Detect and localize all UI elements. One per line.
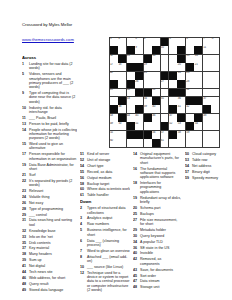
grid-cell[interactable]: 3: [135, 38, 143, 46]
cell-number: 30: [127, 89, 130, 92]
black-cell: [177, 114, 185, 122]
grid-cell[interactable]: [203, 122, 211, 130]
grid-cell[interactable]: [169, 139, 177, 147]
clue-item: 7Word to glean an overview: [80, 249, 130, 253]
clue-number: 21: [22, 173, 29, 177]
clue-number: 33: [22, 235, 29, 239]
clue-number: 23: [22, 189, 29, 193]
cell-number: 16: [195, 55, 198, 58]
grid-cell[interactable]: [211, 105, 219, 113]
grid-cell[interactable]: 42: [186, 105, 194, 113]
grid-cell[interactable]: 4: [144, 38, 152, 46]
grid-cell[interactable]: 32: [186, 89, 194, 97]
grid-cell[interactable]: 11: [203, 46, 211, 54]
clue-number: 54: [80, 164, 87, 168]
grid-cell[interactable]: [194, 38, 202, 46]
clue-number: 30: [133, 234, 140, 238]
clue-item: 13Person to be paid, briefly: [22, 122, 77, 126]
black-cell: [135, 105, 143, 113]
grid-cell[interactable]: [203, 131, 211, 139]
clue-item: 33Info on the 'net: [22, 235, 77, 239]
clue-item: 48Storage unit: [133, 285, 181, 289]
grid-cell[interactable]: 45: [135, 114, 143, 122]
clue-number: 46: [22, 276, 29, 280]
cell-number: 14: [152, 55, 155, 58]
grid-cell[interactable]: 10: [161, 46, 169, 54]
black-cell: [127, 80, 135, 88]
black-cell: [161, 38, 169, 46]
grid-cell[interactable]: [127, 105, 135, 113]
clue-number: 19: [133, 196, 140, 200]
grid-cell[interactable]: 59: [186, 131, 194, 139]
cell-number: 49: [110, 122, 113, 125]
clue-number: 6: [80, 239, 87, 243]
grid-cell[interactable]: 39: [144, 105, 152, 113]
grid-cell[interactable]: 26: [135, 80, 143, 88]
grid-cell[interactable]: 38: [118, 105, 126, 113]
clue-item: 46Web address, for short: [22, 276, 77, 280]
clue-item: 48Query result: [22, 282, 77, 286]
cell-number: 5: [169, 38, 170, 41]
grid-cell[interactable]: [169, 97, 177, 105]
black-cell: [110, 46, 118, 54]
black-cell: [135, 72, 143, 80]
cell-number: 15: [186, 55, 189, 58]
clue-number: 35: [22, 241, 29, 245]
grid-cell[interactable]: 43: [110, 114, 118, 122]
cell-number: 26: [135, 80, 138, 83]
grid-cell[interactable]: 27: [161, 80, 169, 88]
cell-number: 2: [118, 38, 119, 41]
clue-item: 50Cloud category: [185, 152, 230, 156]
across-header: Across: [22, 55, 77, 60]
cell-number: 17: [110, 63, 113, 66]
grid-cell[interactable]: 60: [110, 139, 118, 147]
grid-cell[interactable]: 2: [118, 38, 126, 46]
grid-cell[interactable]: [194, 72, 202, 80]
clue-number: 32: [22, 229, 29, 233]
black-cell: [144, 131, 152, 139]
grid-cell[interactable]: 8: [211, 38, 219, 46]
clue-number: 12: [80, 271, 87, 275]
clue-item: 11___ Paulo, Brazil: [22, 116, 77, 120]
cell-number: 57: [161, 131, 164, 134]
grid-cell[interactable]: 50: [118, 122, 126, 130]
down-header: Down: [80, 199, 130, 204]
grid-cell[interactable]: 23: [144, 72, 152, 80]
grid-cell[interactable]: [203, 72, 211, 80]
grid-cell[interactable]: 5: [169, 38, 177, 46]
grid-cell[interactable]: [110, 97, 118, 105]
cell-number: 53: [178, 122, 181, 125]
cell-number: 43: [110, 114, 113, 117]
grid-cell[interactable]: 9: [135, 46, 143, 54]
grid-cell[interactable]: [211, 63, 219, 71]
grid-cell[interactable]: [135, 139, 143, 147]
grid-cell[interactable]: 56: [152, 131, 160, 139]
cell-number: 31: [152, 89, 155, 92]
black-cell: [144, 55, 152, 63]
grid-cell[interactable]: [152, 63, 160, 71]
clue-number: 4: [80, 222, 87, 226]
byline: Crossword by Myles Mellor: [22, 22, 122, 27]
cell-number: 13: [127, 55, 130, 58]
grid-cell[interactable]: 19: [144, 63, 152, 71]
cell-number: 28: [186, 80, 189, 83]
clues-column-4: 50Cloud category53Table row54Net address…: [185, 152, 230, 295]
cell-number: 1: [110, 38, 111, 41]
grid-cell[interactable]: 28: [186, 80, 194, 88]
clue-item: 61Table handler: [80, 193, 130, 197]
clue-number: 25: [133, 212, 140, 216]
black-cell: [161, 122, 169, 130]
grid-cell[interactable]: [211, 131, 219, 139]
grid-cell[interactable]: [211, 46, 219, 54]
grid-cell[interactable]: [152, 122, 160, 130]
clue-item: 19Redundant array of disks, briefly: [133, 196, 181, 205]
clue-number: 2: [80, 206, 87, 210]
cell-number: 55: [110, 131, 113, 134]
grid-cell[interactable]: 48: [203, 114, 211, 122]
clue-item: 25Backups: [133, 212, 181, 216]
grid-cell[interactable]: [161, 63, 169, 71]
grid-cell[interactable]: [177, 38, 185, 46]
grid-cell[interactable]: [186, 114, 194, 122]
grid-cell[interactable]: 1: [110, 38, 118, 46]
clue-item: 4Raw numbers: [80, 222, 130, 226]
clue-number: 28: [22, 207, 29, 211]
cell-number: 33: [127, 97, 130, 100]
clue-item: 22It's separated by periods (2 words): [22, 179, 77, 188]
grid-cell[interactable]: [203, 63, 211, 71]
cell-number: 48: [203, 114, 206, 117]
grid-cell[interactable]: 21: [194, 63, 202, 71]
grid-cell[interactable]: [177, 139, 185, 147]
grid-cell[interactable]: [211, 80, 219, 88]
clue-number: 48: [22, 282, 29, 286]
black-cell: [152, 97, 160, 105]
grid-cell[interactable]: [161, 89, 169, 97]
grid-cell[interactable]: 34: [144, 97, 152, 105]
grid-cell[interactable]: [169, 80, 177, 88]
clue-number: 19: [22, 163, 29, 167]
grid-cell[interactable]: [211, 55, 219, 63]
grid-cell[interactable]: [161, 105, 169, 113]
grid-cell[interactable]: [203, 55, 211, 63]
grid-cell[interactable]: [135, 55, 143, 63]
clue-item: 54Chart type: [80, 164, 130, 168]
grid-cell[interactable]: 58: [177, 131, 185, 139]
cell-number: 4: [144, 38, 145, 41]
grid-cell[interactable]: [144, 46, 152, 54]
grid-cell[interactable]: [186, 139, 194, 147]
clue-item: 40Invisible: [133, 251, 181, 255]
clue-number: 57: [185, 170, 192, 174]
grid-cell[interactable]: [211, 97, 219, 105]
cell-number: 9: [135, 46, 136, 49]
grid-cell[interactable]: 35: [161, 97, 169, 105]
grid-cell[interactable]: [194, 89, 202, 97]
grid-cell[interactable]: [203, 80, 211, 88]
clue-number: 59: [185, 176, 192, 180]
clue-item: 32Knowledge base: [22, 229, 77, 233]
clue-item: 5Videos, sensors and smartphones are the…: [22, 72, 77, 89]
clue-number: 49: [22, 288, 29, 292]
grid-cell[interactable]: [144, 80, 152, 88]
grid-cell[interactable]: [118, 80, 126, 88]
cell-number: 20: [178, 63, 181, 66]
clue-item: 24Volatile thing: [22, 195, 77, 199]
grid-cell[interactable]: [169, 63, 177, 71]
black-cell: [177, 89, 185, 97]
clue-item: 8Attached ___ (email add-on): [80, 255, 130, 264]
website-link[interactable]: www.themecrosswords.com: [22, 37, 74, 42]
clues-column-3: 14Original equipment manufacturer's part…: [133, 152, 181, 295]
clue-number: 10: [80, 265, 87, 269]
grid-cell[interactable]: [118, 46, 126, 54]
grid-cell[interactable]: [169, 55, 177, 63]
cell-number: 56: [152, 131, 155, 134]
black-cell: [186, 97, 194, 105]
cell-number: 10: [161, 46, 164, 49]
grid-cell[interactable]: [169, 46, 177, 54]
grid-cell[interactable]: 25: [186, 72, 194, 80]
clues-column-2: 51Kind of server52Unit of storage54Chart…: [80, 152, 130, 295]
grid-cell[interactable]: [161, 114, 169, 122]
grid-cell[interactable]: [127, 139, 135, 147]
black-cell: [152, 46, 160, 54]
grid-cell[interactable]: [118, 72, 126, 80]
cell-number: 11: [203, 46, 206, 49]
grid-cell[interactable]: 44: [127, 114, 135, 122]
black-cell: [186, 63, 194, 71]
clue-number: 42: [133, 257, 140, 261]
grid-cell[interactable]: [203, 139, 211, 147]
clue-item: 3Analytics output: [80, 216, 130, 220]
grid-cell[interactable]: [144, 122, 152, 130]
clue-item: 54Net address: [185, 164, 230, 168]
black-cell: [118, 114, 126, 122]
black-cell: [177, 46, 185, 54]
clue-number: 14: [22, 128, 29, 132]
cell-number: 50: [118, 122, 121, 125]
clue-number: 37: [22, 246, 29, 250]
grid-cell[interactable]: [118, 89, 126, 97]
clue-item: 12Technique used for a device or system …: [80, 271, 130, 293]
cell-number: 18: [118, 63, 121, 66]
black-cell: [127, 63, 135, 71]
grid-cell[interactable]: [194, 105, 202, 113]
cell-number: 36: [178, 97, 181, 100]
black-cell: [110, 105, 118, 113]
cell-number: 6: [186, 38, 187, 41]
cell-number: 12: [110, 55, 113, 58]
cell-number: 3: [135, 38, 136, 41]
grid-cell[interactable]: 40: [152, 105, 160, 113]
cell-number: 25: [186, 72, 189, 75]
black-cell: [110, 80, 118, 88]
grid-cell[interactable]: 54: [194, 122, 202, 130]
clue-item: 55Record, as data: [80, 170, 130, 174]
cell-number: 37: [203, 97, 206, 100]
grid-cell[interactable]: 36: [177, 97, 185, 105]
clue-number: 27: [133, 218, 140, 222]
grid-cell[interactable]: [152, 38, 160, 46]
clue-number: 56: [80, 176, 87, 180]
clue-item: 19Data Base Administrator, for short: [22, 163, 77, 172]
clue-number: 50: [185, 152, 192, 156]
crossword-page: Crossword by Myles Mellor www.themecross…: [0, 0, 232, 300]
clue-number: 31: [22, 218, 29, 222]
grid-cell[interactable]: [144, 139, 152, 147]
clue-item: 20Schema part: [133, 206, 181, 210]
cell-number: 41: [178, 105, 181, 108]
clue-item: 29Metadata holder: [133, 228, 181, 232]
black-cell: [118, 97, 126, 105]
clue-number: 3: [80, 216, 87, 220]
grid-cell[interactable]: 29: [110, 89, 118, 97]
clue-item: 57Binary digit: [185, 170, 230, 174]
clue-number: 36: [133, 246, 140, 250]
grid-cell[interactable]: 31: [152, 89, 160, 97]
clue-number: 38: [22, 252, 29, 256]
grid-cell[interactable]: 47: [169, 114, 177, 122]
grid-cell[interactable]: 30: [127, 89, 135, 97]
black-cell: [161, 72, 169, 80]
cell-number: 59: [186, 131, 189, 134]
clue-number: 44: [22, 270, 29, 274]
grid-cell[interactable]: [135, 97, 143, 105]
clue-item: 15Word used to give an alternative: [22, 142, 77, 151]
grid-cell[interactable]: [194, 131, 202, 139]
grid-cell[interactable]: 16: [194, 55, 202, 63]
clue-item: 6Data ___ (cleansing process): [80, 239, 130, 248]
cell-number: 42: [186, 105, 189, 108]
crossword-grid: 1234567891011121314151617181920212223242…: [110, 38, 220, 148]
crossword-grid-frame: 1234567891011121314151617181920212223242…: [109, 37, 220, 148]
grid-cell[interactable]: [161, 55, 169, 63]
clue-number: 22: [22, 179, 29, 183]
clue-number: 61: [80, 193, 87, 197]
clue-number: 58: [80, 182, 87, 186]
clue-number: 24: [22, 195, 29, 199]
grid-cell[interactable]: 52: [169, 122, 177, 130]
grid-cell[interactable]: [203, 89, 211, 97]
grid-cell[interactable]: [211, 122, 219, 130]
grid-cell[interactable]: [211, 114, 219, 122]
grid-cell[interactable]: 24: [177, 72, 185, 80]
grid-cell[interactable]: 51: [135, 122, 143, 130]
clue-item: 16The fundamental software that supports…: [133, 167, 181, 180]
black-cell: [194, 97, 202, 105]
grid-cell[interactable]: [194, 80, 202, 88]
grid-cell[interactable]: 7: [203, 38, 211, 46]
grid-cell[interactable]: [152, 72, 160, 80]
clue-item: 37Key material: [22, 246, 77, 250]
grid-cell[interactable]: 18: [118, 63, 126, 71]
grid-cell[interactable]: 13: [127, 55, 135, 63]
grid-cell[interactable]: [127, 38, 135, 46]
clue-number: 13: [22, 122, 29, 126]
clue-item: 9Type of computing that is done near the…: [22, 91, 77, 104]
grid-cell[interactable]: 14: [152, 55, 160, 63]
grid-cell[interactable]: 20: [177, 63, 185, 71]
black-cell: [127, 122, 135, 130]
cell-number: 47: [169, 114, 172, 117]
grid-cell[interactable]: [152, 80, 160, 88]
black-cell: [144, 89, 152, 97]
clue-number: 40: [133, 251, 140, 255]
cell-number: 7: [203, 38, 204, 41]
grid-cell[interactable]: 57: [161, 131, 169, 139]
cell-number: 45: [135, 114, 138, 117]
clue-item: 10___ source (like Linux): [80, 265, 130, 269]
clue-item: 23Relevant: [22, 189, 77, 193]
grid-cell[interactable]: 49: [110, 122, 118, 130]
clue-item: 49Stored data language: [22, 288, 77, 292]
grid-cell[interactable]: 22: [110, 72, 118, 80]
clue-number: 47: [133, 279, 140, 283]
clue-item: 53Table row: [185, 158, 230, 162]
clue-item: 10Industry std. for data interchange: [22, 106, 77, 115]
cell-number: 52: [169, 122, 172, 125]
clue-number: 41: [22, 264, 29, 268]
grid-cell[interactable]: 33: [127, 97, 135, 105]
grid-cell[interactable]: 55: [110, 131, 118, 139]
cell-number: 38: [118, 105, 121, 108]
clue-item: 14People whose job is collecting informa…: [22, 128, 77, 141]
grid-cell[interactable]: [186, 46, 194, 54]
grid-cell[interactable]: [211, 89, 219, 97]
grid-cell[interactable]: 53: [177, 122, 185, 130]
grid-cell[interactable]: 17: [110, 63, 118, 71]
grid-cell[interactable]: 15: [186, 55, 194, 63]
black-cell: [127, 46, 135, 54]
black-cell: [135, 63, 143, 71]
grid-cell[interactable]: 6: [186, 38, 194, 46]
grid-cell[interactable]: 46: [152, 114, 160, 122]
black-cell: [186, 122, 194, 130]
cell-number: 21: [195, 63, 198, 66]
cell-number: 46: [152, 114, 155, 117]
clue-number: 10: [22, 106, 29, 110]
grid-cell[interactable]: 61: [161, 139, 169, 147]
clue-number: 55: [80, 170, 87, 174]
grid-cell[interactable]: 37: [203, 97, 211, 105]
grid-cell[interactable]: 12: [110, 55, 118, 63]
clue-number: 8: [80, 255, 87, 259]
black-cell: [144, 114, 152, 122]
grid-cell[interactable]: [194, 139, 202, 147]
cell-number: 61: [161, 139, 164, 142]
clue-number: 16: [133, 167, 140, 171]
grid-cell[interactable]: [127, 72, 135, 80]
grid-cell[interactable]: [211, 72, 219, 80]
clues-column-1: Across 1Landing site for raw data (2 wor…: [22, 55, 77, 294]
black-cell: [194, 46, 202, 54]
grid-cell[interactable]: [211, 139, 219, 147]
clue-number: 34: [133, 240, 140, 244]
cell-number: 24: [178, 72, 181, 75]
grid-cell[interactable]: [118, 131, 126, 139]
cell-number: 32: [186, 89, 189, 92]
grid-cell[interactable]: [118, 139, 126, 147]
clue-item: 34A popular TLD: [133, 240, 181, 244]
clue-number: 60: [80, 187, 87, 191]
grid-cell[interactable]: 41: [177, 105, 185, 113]
cell-number: 44: [127, 114, 130, 117]
clue-item: 21Surf: [22, 173, 77, 177]
